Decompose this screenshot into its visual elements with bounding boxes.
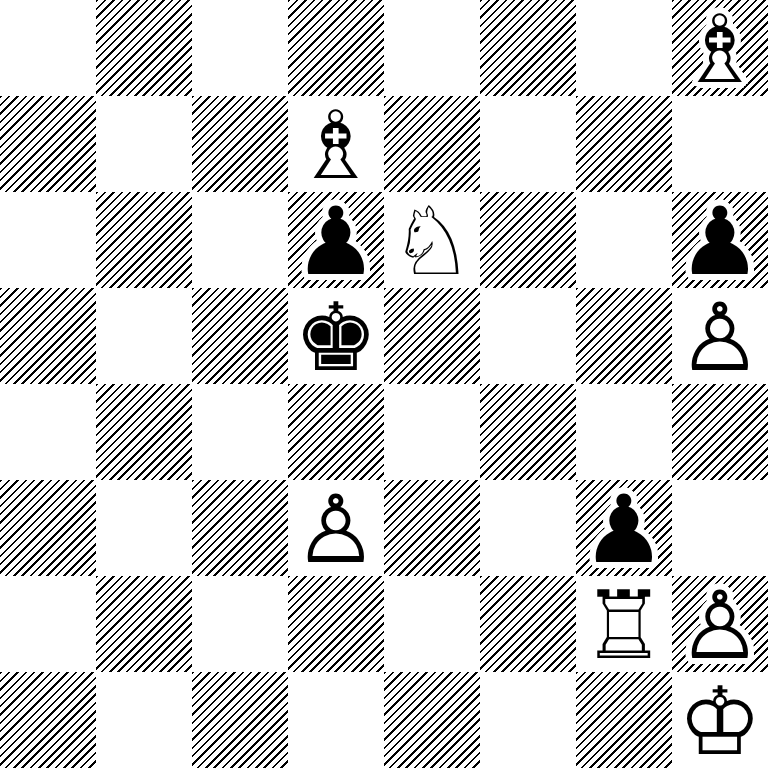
- piece-white-rook[interactable]: ♜♖: [576, 576, 672, 672]
- square-c4[interactable]: [192, 384, 288, 480]
- square-g7[interactable]: [576, 96, 672, 192]
- square-e8[interactable]: [384, 0, 480, 96]
- square-b6[interactable]: [96, 192, 192, 288]
- square-a2[interactable]: [0, 576, 96, 672]
- piece-white-pawn[interactable]: ♟♙: [672, 576, 768, 672]
- square-e5[interactable]: [384, 288, 480, 384]
- chess-board: ♝♗♝♗♟♞♘♟♚♟♙♟♙♟♜♖♟♙♚♔: [0, 0, 768, 768]
- white-pawn-outline-glyph: ♙: [678, 290, 762, 386]
- white-bishop-outline-glyph: ♗: [294, 98, 378, 194]
- piece-black-pawn[interactable]: ♟: [288, 192, 384, 288]
- square-e3[interactable]: [384, 480, 480, 576]
- square-d5[interactable]: ♚: [288, 288, 384, 384]
- square-c1[interactable]: [192, 672, 288, 768]
- piece-white-bishop[interactable]: ♝♗: [288, 96, 384, 192]
- piece-white-pawn[interactable]: ♟♙: [288, 480, 384, 576]
- square-d1[interactable]: [288, 672, 384, 768]
- square-h6[interactable]: ♟: [672, 192, 768, 288]
- square-h1[interactable]: ♚♔: [672, 672, 768, 768]
- piece-white-pawn[interactable]: ♟♙: [672, 288, 768, 384]
- white-bishop-outline-glyph: ♗: [678, 2, 762, 98]
- square-c3[interactable]: [192, 480, 288, 576]
- piece-white-king[interactable]: ♚♔: [672, 672, 768, 768]
- square-g3[interactable]: ♟: [576, 480, 672, 576]
- piece-black-pawn[interactable]: ♟: [672, 192, 768, 288]
- square-d8[interactable]: [288, 0, 384, 96]
- square-b4[interactable]: [96, 384, 192, 480]
- square-f7[interactable]: [480, 96, 576, 192]
- black-pawn-fill-glyph: ♟: [294, 194, 378, 290]
- square-f3[interactable]: [480, 480, 576, 576]
- square-f8[interactable]: [480, 0, 576, 96]
- square-e4[interactable]: [384, 384, 480, 480]
- square-b3[interactable]: [96, 480, 192, 576]
- square-g4[interactable]: [576, 384, 672, 480]
- square-g2[interactable]: ♜♖: [576, 576, 672, 672]
- square-f4[interactable]: [480, 384, 576, 480]
- square-f1[interactable]: [480, 672, 576, 768]
- square-h7[interactable]: [672, 96, 768, 192]
- square-b8[interactable]: [96, 0, 192, 96]
- white-knight-outline-glyph: ♘: [390, 194, 474, 290]
- square-c8[interactable]: [192, 0, 288, 96]
- piece-white-bishop[interactable]: ♝♗: [672, 0, 768, 96]
- square-c6[interactable]: [192, 192, 288, 288]
- square-c5[interactable]: [192, 288, 288, 384]
- square-e1[interactable]: [384, 672, 480, 768]
- square-d7[interactable]: ♝♗: [288, 96, 384, 192]
- piece-black-pawn[interactable]: ♟: [576, 480, 672, 576]
- white-rook-outline-glyph: ♖: [582, 578, 666, 674]
- square-h2[interactable]: ♟♙: [672, 576, 768, 672]
- square-f5[interactable]: [480, 288, 576, 384]
- square-e2[interactable]: [384, 576, 480, 672]
- black-pawn-fill-glyph: ♟: [582, 482, 666, 578]
- white-king-outline-glyph: ♔: [678, 674, 762, 768]
- square-h4[interactable]: [672, 384, 768, 480]
- black-king-fill-glyph: ♚: [294, 290, 378, 386]
- square-g8[interactable]: [576, 0, 672, 96]
- square-e6[interactable]: ♞♘: [384, 192, 480, 288]
- square-a3[interactable]: [0, 480, 96, 576]
- square-c2[interactable]: [192, 576, 288, 672]
- square-a6[interactable]: [0, 192, 96, 288]
- square-d3[interactable]: ♟♙: [288, 480, 384, 576]
- piece-black-king[interactable]: ♚: [288, 288, 384, 384]
- square-h3[interactable]: [672, 480, 768, 576]
- square-h8[interactable]: ♝♗: [672, 0, 768, 96]
- square-c7[interactable]: [192, 96, 288, 192]
- square-a1[interactable]: [0, 672, 96, 768]
- black-pawn-fill-glyph: ♟: [678, 194, 762, 290]
- square-g6[interactable]: [576, 192, 672, 288]
- square-g1[interactable]: [576, 672, 672, 768]
- square-a5[interactable]: [0, 288, 96, 384]
- square-f2[interactable]: [480, 576, 576, 672]
- square-d4[interactable]: [288, 384, 384, 480]
- white-pawn-outline-glyph: ♙: [678, 578, 762, 674]
- square-d6[interactable]: ♟: [288, 192, 384, 288]
- square-g5[interactable]: [576, 288, 672, 384]
- square-h5[interactable]: ♟♙: [672, 288, 768, 384]
- square-b1[interactable]: [96, 672, 192, 768]
- square-d2[interactable]: [288, 576, 384, 672]
- square-a4[interactable]: [0, 384, 96, 480]
- piece-white-knight[interactable]: ♞♘: [384, 192, 480, 288]
- square-a7[interactable]: [0, 96, 96, 192]
- square-b2[interactable]: [96, 576, 192, 672]
- square-f6[interactable]: [480, 192, 576, 288]
- square-b7[interactable]: [96, 96, 192, 192]
- white-pawn-outline-glyph: ♙: [294, 482, 378, 578]
- square-e7[interactable]: [384, 96, 480, 192]
- square-b5[interactable]: [96, 288, 192, 384]
- square-a8[interactable]: [0, 0, 96, 96]
